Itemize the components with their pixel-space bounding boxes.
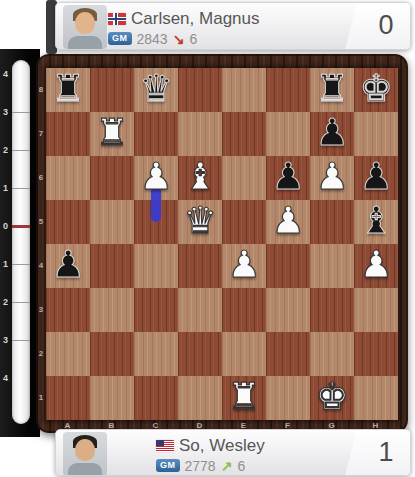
square-d7[interactable]: [178, 112, 222, 156]
black-rook-a8: ♜: [51, 67, 84, 111]
eval-gauge: [12, 60, 30, 424]
square-g4[interactable]: [310, 244, 354, 288]
rank-label-2: 2: [36, 332, 46, 376]
avatar-carlsen: [63, 5, 107, 49]
rank-label-7: 7: [36, 112, 46, 156]
square-g2[interactable]: [310, 332, 354, 376]
chess-board: 87654321 ABCDEFGH ♜♛♜♚♜♟♟♝♟♟♟♛♟♝♟♟♟♜♚: [36, 54, 408, 433]
square-b3[interactable]: [90, 288, 134, 332]
square-a1[interactable]: [46, 376, 90, 420]
player-name: So, Wesley: [179, 436, 265, 456]
square-e4[interactable]: ♟: [222, 244, 266, 288]
board-grid: ♜♛♜♚♜♟♟♝♟♟♟♛♟♝♟♟♟♜♚: [46, 68, 398, 420]
square-h3[interactable]: [354, 288, 398, 332]
square-e6[interactable]: [222, 156, 266, 200]
eval-tick: [12, 302, 30, 303]
square-a6[interactable]: [46, 156, 90, 200]
square-d8[interactable]: [178, 68, 222, 112]
rank-label-3: 3: [36, 288, 46, 332]
avatar-so: [63, 432, 107, 476]
white-pawn-c6: ♟: [139, 155, 172, 199]
square-b6[interactable]: [90, 156, 134, 200]
white-king-g1: ♚: [315, 375, 348, 419]
square-c1[interactable]: [134, 376, 178, 420]
black-pawn-f6: ♟: [271, 155, 304, 199]
eval-tick-label: 2: [0, 145, 11, 155]
square-c7[interactable]: [134, 112, 178, 156]
player-rating: 2843: [137, 31, 168, 47]
eval-tick-label: 4: [0, 69, 11, 79]
square-a2[interactable]: [46, 332, 90, 376]
rank-label-8: 8: [36, 68, 46, 112]
square-b7[interactable]: ♜: [90, 112, 134, 156]
square-d2[interactable]: [178, 332, 222, 376]
white-pawn-e4: ♟: [227, 243, 260, 287]
square-e7[interactable]: [222, 112, 266, 156]
square-e1[interactable]: ♜: [222, 376, 266, 420]
eval-tick-label: 0: [0, 221, 11, 231]
square-d3[interactable]: [178, 288, 222, 332]
square-e8[interactable]: [222, 68, 266, 112]
square-g3[interactable]: [310, 288, 354, 332]
eval-tick: [12, 340, 30, 341]
eval-tick-label: 1: [0, 183, 11, 193]
eval-tick-label: 3: [0, 335, 11, 345]
eval-tick-label: 2: [0, 297, 11, 307]
eval-tick: [12, 188, 30, 189]
rank-labels: 87654321: [36, 68, 46, 420]
square-g7[interactable]: ♟: [310, 112, 354, 156]
rank-label-5: 5: [36, 200, 46, 244]
rating-change: 6: [237, 458, 245, 474]
square-c3[interactable]: [134, 288, 178, 332]
square-h4[interactable]: ♟: [354, 244, 398, 288]
rank-label-6: 6: [36, 156, 46, 200]
eval-zero-line: [12, 225, 30, 228]
eval-tick: [12, 112, 30, 113]
square-b2[interactable]: [90, 332, 134, 376]
eval-tick-label: 3: [0, 107, 11, 117]
white-rook-b7: ♜: [95, 111, 128, 155]
square-c2[interactable]: [134, 332, 178, 376]
eval-tick: [12, 264, 30, 265]
rating-down-icon: ↘: [173, 32, 185, 46]
square-g6[interactable]: ♟: [310, 156, 354, 200]
square-f6[interactable]: ♟: [266, 156, 310, 200]
white-queen-d5: ♛: [183, 199, 216, 243]
evaluation-bar: 432101234: [0, 49, 40, 437]
rating-change: 6: [189, 31, 197, 47]
square-f3[interactable]: [266, 288, 310, 332]
white-pawn-f5: ♟: [271, 199, 304, 243]
square-b8[interactable]: [90, 68, 134, 112]
square-c8[interactable]: ♛: [134, 68, 178, 112]
norway-flag-icon: [108, 13, 126, 25]
player-card-top: Carlsen, Magnus GM 2843 ↘ 6 0: [55, 2, 411, 50]
square-d5[interactable]: ♛: [178, 200, 222, 244]
avatar-shoulders: [68, 36, 102, 49]
square-f1[interactable]: [266, 376, 310, 420]
match-score-top: 0: [374, 10, 398, 41]
square-e3[interactable]: [222, 288, 266, 332]
square-g1[interactable]: ♚: [310, 376, 354, 420]
eval-tick: [12, 150, 30, 151]
square-f2[interactable]: [266, 332, 310, 376]
black-king-h8: ♚: [359, 67, 392, 111]
square-b5[interactable]: [90, 200, 134, 244]
square-g8[interactable]: ♜: [310, 68, 354, 112]
square-c6[interactable]: ♟: [134, 156, 178, 200]
score-section: 0: [338, 3, 410, 49]
black-rook-g8: ♜: [315, 67, 348, 111]
white-pawn-g6: ♟: [315, 155, 348, 199]
black-queen-c8: ♛: [139, 67, 172, 111]
chess-broadcast-widget: 432101234 87654321 ABCDEFGH ♜♛♜♚♜♟♟♝♟♟♟♛…: [0, 0, 415, 477]
square-h6[interactable]: ♟: [354, 156, 398, 200]
square-a3[interactable]: [46, 288, 90, 332]
rating-up-icon: ↗: [221, 459, 233, 473]
square-b1[interactable]: [90, 376, 134, 420]
square-b4[interactable]: [90, 244, 134, 288]
avatar-face: [75, 439, 95, 461]
square-f7[interactable]: [266, 112, 310, 156]
gm-badge: GM: [156, 459, 180, 472]
square-h8[interactable]: ♚: [354, 68, 398, 112]
square-a8[interactable]: ♜: [46, 68, 90, 112]
white-rook-e1: ♜: [227, 375, 260, 419]
avatar-face: [75, 12, 95, 34]
square-a4[interactable]: ♟: [46, 244, 90, 288]
black-pawn-a4: ♟: [51, 243, 84, 287]
square-e2[interactable]: [222, 332, 266, 376]
match-score-bottom: 1: [374, 436, 398, 467]
square-d1[interactable]: [178, 376, 222, 420]
black-pawn-h6: ♟: [359, 155, 392, 199]
square-d6[interactable]: ♝: [178, 156, 222, 200]
square-f4[interactable]: [266, 244, 310, 288]
square-f5[interactable]: ♟: [266, 200, 310, 244]
usa-flag-icon: [156, 440, 174, 452]
square-f8[interactable]: [266, 68, 310, 112]
eval-tick-label: 1: [0, 259, 11, 269]
eval-tick-label: 4: [0, 373, 11, 383]
score-section: 1: [338, 430, 410, 475]
white-pawn-h4: ♟: [359, 243, 392, 287]
square-e5[interactable]: [222, 200, 266, 244]
square-a5[interactable]: [46, 200, 90, 244]
player-name: Carlsen, Magnus: [131, 9, 260, 29]
black-pawn-g7: ♟: [315, 111, 348, 155]
square-h2[interactable]: [354, 332, 398, 376]
player-rating: 2778: [185, 458, 216, 474]
rank-label-4: 4: [36, 244, 46, 288]
square-h7[interactable]: [354, 112, 398, 156]
square-a7[interactable]: [46, 112, 90, 156]
player-card-bottom: So, Wesley GM 2778 ↗ 6 1: [55, 429, 411, 476]
black-bishop-h5: ♝: [359, 199, 392, 243]
gm-badge: GM: [108, 32, 132, 45]
square-d4[interactable]: [178, 244, 222, 288]
avatar-shoulders: [68, 463, 102, 476]
square-g5[interactable]: [310, 200, 354, 244]
square-h1[interactable]: [354, 376, 398, 420]
white-bishop-d6: ♝: [183, 155, 216, 199]
rank-label-1: 1: [36, 376, 46, 420]
square-h5[interactable]: ♝: [354, 200, 398, 244]
square-c4[interactable]: [134, 244, 178, 288]
